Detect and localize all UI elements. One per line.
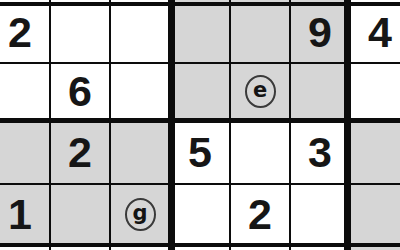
circled-letter-e: e xyxy=(245,75,276,108)
cell-r4c4[interactable] xyxy=(170,184,230,244)
digit: 2 xyxy=(68,131,92,174)
digit: 9 xyxy=(308,11,332,54)
cell-r4c6[interactable] xyxy=(290,184,350,244)
cell-r3c7[interactable] xyxy=(350,120,400,184)
box-border-vertical xyxy=(168,0,175,250)
grid-line-vertical xyxy=(229,0,231,250)
cell-r1c1[interactable]: 2 xyxy=(0,2,50,63)
grid-line-horizontal xyxy=(0,62,400,64)
cell-r2c4[interactable] xyxy=(170,63,230,120)
digit: 2 xyxy=(248,193,272,236)
circled-letter-g: g xyxy=(125,198,156,231)
grid-line-vertical xyxy=(289,0,291,250)
box-border-vertical xyxy=(344,0,351,250)
cell-r2c2[interactable]: 6 xyxy=(50,63,110,120)
cell-r1c3[interactable] xyxy=(110,2,170,63)
cell-r4c1[interactable]: 1 xyxy=(0,184,50,244)
cell-r4c3[interactable]: g xyxy=(110,184,170,244)
cell-r2c3[interactable] xyxy=(110,63,170,120)
cell-r1c6[interactable]: 9 xyxy=(290,2,350,63)
cell-r4c7[interactable] xyxy=(350,184,400,244)
cell-r3c1[interactable] xyxy=(0,120,50,184)
digit: 5 xyxy=(188,131,212,174)
digit: 2 xyxy=(8,11,32,54)
cell-r1c4[interactable] xyxy=(170,2,230,63)
box-border-horizontal xyxy=(0,2,400,6)
sudoku-board: 2946e2531g2 xyxy=(0,0,400,250)
cell-r2c5[interactable]: e xyxy=(230,63,290,120)
cell-r4c2[interactable] xyxy=(50,184,110,244)
cell-r1c7[interactable]: 4 xyxy=(350,2,400,63)
cell-r3c4[interactable]: 5 xyxy=(170,120,230,184)
grid-line-vertical xyxy=(109,0,111,250)
digit: 3 xyxy=(308,131,332,174)
cell-r3c2[interactable]: 2 xyxy=(50,120,110,184)
cell-r1c5[interactable] xyxy=(230,2,290,63)
cell-r1c2[interactable] xyxy=(50,2,110,63)
cell-r3c6[interactable]: 3 xyxy=(290,120,350,184)
cell-r2c6[interactable] xyxy=(290,63,350,120)
cell-r4c5[interactable]: 2 xyxy=(230,184,290,244)
grid-line-horizontal xyxy=(0,183,400,185)
box-border-horizontal xyxy=(0,243,400,247)
cell-r2c1[interactable] xyxy=(0,63,50,120)
cell-r2c7[interactable] xyxy=(350,63,400,120)
digit: 6 xyxy=(68,70,92,113)
box-border-horizontal xyxy=(0,118,400,123)
cell-r3c5[interactable] xyxy=(230,120,290,184)
grid-line-vertical xyxy=(49,0,51,250)
digit: 4 xyxy=(368,11,392,54)
digit: 1 xyxy=(8,193,32,236)
cell-r3c3[interactable] xyxy=(110,120,170,184)
